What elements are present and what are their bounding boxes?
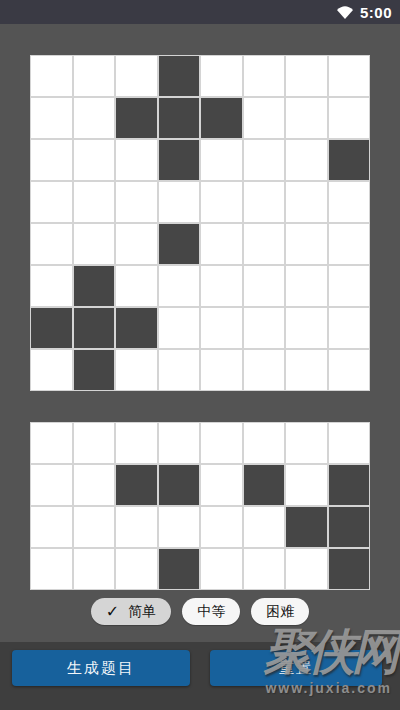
bottom-cell-r0c4[interactable] — [201, 423, 242, 463]
top-cell-r5c0[interactable] — [31, 266, 72, 306]
top-cell-r2c7[interactable] — [329, 140, 370, 180]
puzzle-grid-bottom — [30, 422, 370, 590]
top-cell-r3c3[interactable] — [159, 182, 200, 222]
reset-button[interactable]: 重置 — [210, 650, 382, 686]
top-cell-r4c2[interactable] — [116, 224, 157, 264]
bottom-cell-r3c5[interactable] — [244, 549, 285, 589]
bottom-cell-r3c7[interactable] — [329, 549, 370, 589]
top-cell-r3c0[interactable] — [31, 182, 72, 222]
top-cell-r3c7[interactable] — [329, 182, 370, 222]
bottom-cell-r2c4[interactable] — [201, 507, 242, 547]
bottom-cell-r1c0[interactable] — [31, 465, 72, 505]
top-cell-r5c3[interactable] — [159, 266, 200, 306]
top-cell-r4c1[interactable] — [74, 224, 115, 264]
generate-button[interactable]: 生成题目 — [12, 650, 190, 686]
bottom-cell-r1c1[interactable] — [74, 465, 115, 505]
bottom-cell-r0c0[interactable] — [31, 423, 72, 463]
top-cell-r0c0[interactable] — [31, 56, 72, 96]
top-cell-r7c2[interactable] — [116, 350, 157, 390]
app-screen: 5:00 生成题目 重置 聚侠网 www.juxia.com ✓ 简单 中等 困… — [0, 0, 400, 710]
top-cell-r3c2[interactable] — [116, 182, 157, 222]
top-cell-r6c4[interactable] — [201, 308, 242, 348]
top-cell-r3c4[interactable] — [201, 182, 242, 222]
top-cell-r0c2[interactable] — [116, 56, 157, 96]
top-cell-r1c6[interactable] — [286, 98, 327, 138]
top-cell-r0c4[interactable] — [201, 56, 242, 96]
top-cell-r3c5[interactable] — [244, 182, 285, 222]
bottom-cell-r0c2[interactable] — [116, 423, 157, 463]
top-cell-r5c2[interactable] — [116, 266, 157, 306]
top-cell-r1c2[interactable] — [116, 98, 157, 138]
bottom-cell-r1c6[interactable] — [286, 465, 327, 505]
top-cell-r0c3[interactable] — [159, 56, 200, 96]
status-time: 5:00 — [360, 4, 392, 21]
top-cell-r2c3[interactable] — [159, 140, 200, 180]
top-cell-r0c6[interactable] — [286, 56, 327, 96]
top-cell-r6c5[interactable] — [244, 308, 285, 348]
bottom-cell-r1c3[interactable] — [159, 465, 200, 505]
bottom-cell-r2c7[interactable] — [329, 507, 370, 547]
difficulty-chip-row: ✓ 简单 中等 困难 — [0, 598, 400, 625]
chip-difficulty-medium[interactable]: 中等 — [182, 598, 240, 625]
bottom-cell-r2c5[interactable] — [244, 507, 285, 547]
top-cell-r2c1[interactable] — [74, 140, 115, 180]
wifi-icon — [337, 6, 353, 19]
chip-label-hard: 困难 — [266, 603, 294, 621]
top-cell-r1c0[interactable] — [31, 98, 72, 138]
top-cell-r7c7[interactable] — [329, 350, 370, 390]
top-cell-r4c5[interactable] — [244, 224, 285, 264]
top-cell-r5c7[interactable] — [329, 266, 370, 306]
bottom-cell-r3c6[interactable] — [286, 549, 327, 589]
top-cell-r7c6[interactable] — [286, 350, 327, 390]
top-cell-r2c5[interactable] — [244, 140, 285, 180]
top-cell-r1c4[interactable] — [201, 98, 242, 138]
top-cell-r1c3[interactable] — [159, 98, 200, 138]
bottom-cell-r1c7[interactable] — [329, 465, 370, 505]
bottom-cell-r2c3[interactable] — [159, 507, 200, 547]
top-cell-r4c3[interactable] — [159, 224, 200, 264]
top-cell-r2c6[interactable] — [286, 140, 327, 180]
top-cell-r2c2[interactable] — [116, 140, 157, 180]
bottom-cell-r2c2[interactable] — [116, 507, 157, 547]
top-cell-r7c5[interactable] — [244, 350, 285, 390]
bottom-cell-r3c3[interactable] — [159, 549, 200, 589]
top-cell-r5c6[interactable] — [286, 266, 327, 306]
bottom-cell-r1c5[interactable] — [244, 465, 285, 505]
bottom-cell-r3c2[interactable] — [116, 549, 157, 589]
chip-difficulty-hard[interactable]: 困难 — [251, 598, 309, 625]
top-cell-r5c1[interactable] — [74, 266, 115, 306]
bottom-cell-r3c4[interactable] — [201, 549, 242, 589]
chip-label-medium: 中等 — [197, 603, 225, 621]
top-cell-r4c7[interactable] — [329, 224, 370, 264]
top-cell-r6c6[interactable] — [286, 308, 327, 348]
top-cell-r6c1[interactable] — [74, 308, 115, 348]
puzzle-grid-top — [30, 55, 370, 391]
top-cell-r7c0[interactable] — [31, 350, 72, 390]
top-cell-r1c1[interactable] — [74, 98, 115, 138]
top-cell-r3c6[interactable] — [286, 182, 327, 222]
bottom-cell-r2c0[interactable] — [31, 507, 72, 547]
bottom-cell-r3c0[interactable] — [31, 549, 72, 589]
top-cell-r7c3[interactable] — [159, 350, 200, 390]
top-cell-r1c5[interactable] — [244, 98, 285, 138]
bottom-cell-r0c3[interactable] — [159, 423, 200, 463]
bottom-cell-r2c1[interactable] — [74, 507, 115, 547]
top-cell-r6c3[interactable] — [159, 308, 200, 348]
top-cell-r4c6[interactable] — [286, 224, 327, 264]
top-cell-r4c4[interactable] — [201, 224, 242, 264]
bottom-cell-r0c1[interactable] — [74, 423, 115, 463]
top-cell-r6c2[interactable] — [116, 308, 157, 348]
chip-label-easy: 简单 — [128, 603, 156, 621]
top-cell-r2c4[interactable] — [201, 140, 242, 180]
bottom-cell-r1c2[interactable] — [116, 465, 157, 505]
bottom-cell-r0c6[interactable] — [286, 423, 327, 463]
bottom-cell-r3c1[interactable] — [74, 549, 115, 589]
top-cell-r0c5[interactable] — [244, 56, 285, 96]
top-cell-r1c7[interactable] — [329, 98, 370, 138]
bottom-bar: 生成题目 重置 聚侠网 www.juxia.com — [0, 642, 400, 710]
top-cell-r3c1[interactable] — [74, 182, 115, 222]
check-icon: ✓ — [106, 602, 119, 621]
top-cell-r6c0[interactable] — [31, 308, 72, 348]
status-bar: 5:00 — [0, 0, 400, 24]
top-cell-r4c0[interactable] — [31, 224, 72, 264]
bottom-cell-r0c5[interactable] — [244, 423, 285, 463]
top-cell-r0c1[interactable] — [74, 56, 115, 96]
bottom-cell-r1c4[interactable] — [201, 465, 242, 505]
bottom-cell-r2c6[interactable] — [286, 507, 327, 547]
chip-difficulty-easy[interactable]: ✓ 简单 — [91, 598, 171, 625]
top-cell-r7c4[interactable] — [201, 350, 242, 390]
top-cell-r6c7[interactable] — [329, 308, 370, 348]
top-cell-r5c5[interactable] — [244, 266, 285, 306]
top-cell-r2c0[interactable] — [31, 140, 72, 180]
top-cell-r5c4[interactable] — [201, 266, 242, 306]
top-cell-r7c1[interactable] — [74, 350, 115, 390]
top-cell-r0c7[interactable] — [329, 56, 370, 96]
bottom-cell-r0c7[interactable] — [329, 423, 370, 463]
